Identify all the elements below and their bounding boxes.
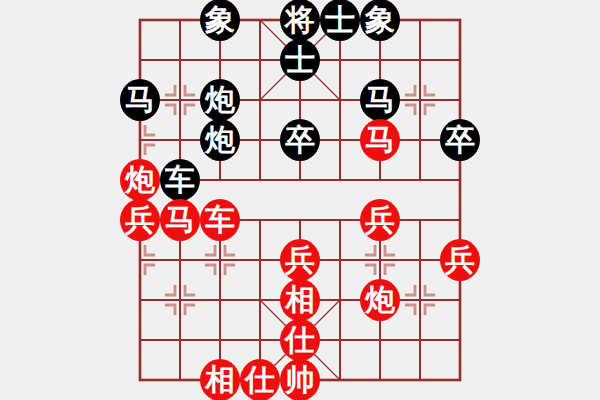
piece-red-soldier[interactable]: 兵 [360,199,400,241]
piece-red-cannon[interactable]: 炮 [120,159,160,201]
piece-red-soldier[interactable]: 兵 [120,199,160,241]
piece-glyph: 象 [365,5,395,35]
piece-red-chariot[interactable]: 车 [200,199,240,241]
board-point: 帅 [280,360,320,400]
board-point: 兵 [360,200,400,240]
board-point: 兵 [120,200,160,240]
piece-glyph: 象 [205,5,235,35]
board-point: 仕 [280,320,320,360]
piece-glyph: 兵 [365,205,395,235]
board-point: 车 [160,160,200,200]
piece-red-soldier[interactable]: 兵 [440,239,480,281]
piece-black-horse[interactable]: 马 [360,79,400,121]
board-point: 相 [200,360,240,400]
piece-black-soldier[interactable]: 卒 [280,119,320,161]
piece-glyph: 兵 [445,245,475,275]
piece-glyph: 帅 [285,365,315,395]
board-point: 仕 [240,360,280,400]
board-point: 士 [280,40,320,80]
board-point: 马 [120,80,160,120]
board-point: 炮 [200,120,240,160]
board-point: 卒 [280,120,320,160]
piece-glyph: 车 [165,165,195,195]
piece-glyph: 卒 [445,125,475,155]
piece-glyph: 将 [285,5,315,35]
piece-black-chariot[interactable]: 车 [160,159,200,201]
pieces-layer: 象将士象士马炮马炮卒马卒炮车兵马车兵兵兵相炮仕相仕帅 [120,0,480,400]
board-point: 相 [280,280,320,320]
board-point: 马 [360,80,400,120]
piece-black-soldier[interactable]: 卒 [440,119,480,161]
piece-black-advisor[interactable]: 士 [320,0,360,41]
piece-glyph: 相 [205,365,235,395]
board-point: 象 [200,0,240,40]
piece-black-general[interactable]: 将 [280,0,320,41]
piece-black-elephant[interactable]: 象 [200,0,240,41]
piece-glyph: 炮 [205,125,235,155]
board-point: 象 [360,0,400,40]
piece-glyph: 马 [365,125,395,155]
piece-glyph: 卒 [285,125,315,155]
piece-glyph: 士 [325,5,355,35]
piece-glyph: 仕 [245,365,275,395]
piece-red-horse[interactable]: 马 [160,199,200,241]
piece-glyph: 兵 [125,205,155,235]
piece-glyph: 炮 [125,165,155,195]
xiangqi-board-screen: 象将士象士马炮马炮卒马卒炮车兵马车兵兵兵相炮仕相仕帅 [0,0,600,400]
board-point: 马 [360,120,400,160]
board-point: 将 [280,0,320,40]
piece-glyph: 炮 [205,85,235,115]
piece-red-advisor[interactable]: 仕 [280,319,320,361]
piece-red-soldier[interactable]: 兵 [280,239,320,281]
board-point: 卒 [440,120,480,160]
piece-black-advisor[interactable]: 士 [280,39,320,81]
piece-red-elephant[interactable]: 相 [280,279,320,321]
piece-glyph: 炮 [365,285,395,315]
piece-red-general[interactable]: 帅 [280,359,320,400]
piece-red-horse[interactable]: 马 [360,119,400,161]
piece-glyph: 车 [205,205,235,235]
board-point: 炮 [360,280,400,320]
board-point: 兵 [280,240,320,280]
piece-glyph: 仕 [285,325,315,355]
piece-glyph: 士 [285,45,315,75]
piece-black-cannon[interactable]: 炮 [200,79,240,121]
piece-red-cannon[interactable]: 炮 [360,279,400,321]
piece-red-elephant[interactable]: 相 [200,359,240,400]
board-point: 马 [160,200,200,240]
board-point: 士 [320,0,360,40]
piece-black-elephant[interactable]: 象 [360,0,400,41]
board-point: 车 [200,200,240,240]
piece-black-cannon[interactable]: 炮 [200,119,240,161]
piece-glyph: 相 [285,285,315,315]
piece-glyph: 马 [365,85,395,115]
piece-black-horse[interactable]: 马 [120,79,160,121]
board-point: 炮 [120,160,160,200]
piece-red-advisor[interactable]: 仕 [240,359,280,400]
piece-glyph: 马 [125,85,155,115]
board-point: 炮 [200,80,240,120]
piece-glyph: 兵 [285,245,315,275]
board-point: 兵 [440,240,480,280]
piece-glyph: 马 [165,205,195,235]
